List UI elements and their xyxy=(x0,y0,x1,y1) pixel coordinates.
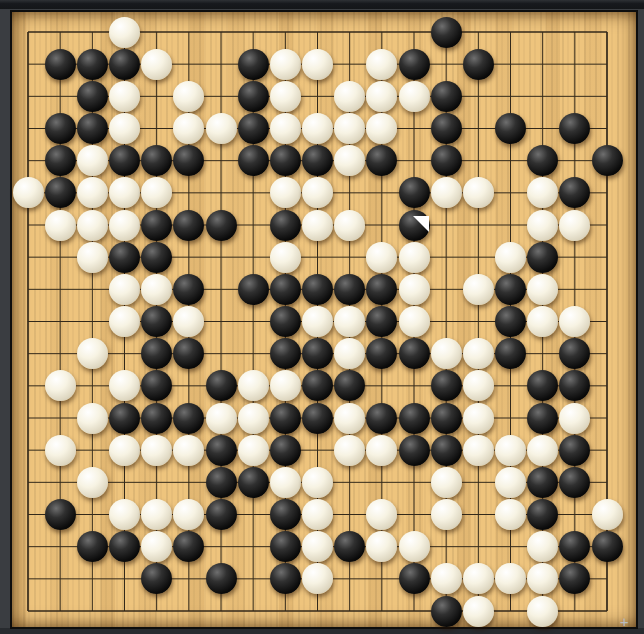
black-stone[interactable] xyxy=(109,403,140,434)
white-stone[interactable] xyxy=(334,338,365,369)
white-stone[interactable] xyxy=(334,403,365,434)
white-stone[interactable] xyxy=(366,499,397,530)
white-stone[interactable] xyxy=(463,596,494,627)
white-stone[interactable] xyxy=(495,467,526,498)
black-stone[interactable] xyxy=(399,563,430,594)
black-stone[interactable] xyxy=(270,210,301,241)
black-stone[interactable] xyxy=(463,49,494,80)
black-stone[interactable] xyxy=(173,210,204,241)
black-stone[interactable] xyxy=(334,370,365,401)
white-stone[interactable] xyxy=(270,113,301,144)
white-stone[interactable] xyxy=(109,435,140,466)
black-stone[interactable] xyxy=(431,435,462,466)
black-stone[interactable] xyxy=(559,370,590,401)
white-stone[interactable] xyxy=(463,403,494,434)
black-stone[interactable] xyxy=(109,49,140,80)
white-stone[interactable] xyxy=(45,210,76,241)
white-stone[interactable] xyxy=(366,242,397,273)
black-stone[interactable] xyxy=(495,274,526,305)
white-stone[interactable] xyxy=(173,81,204,112)
white-stone[interactable] xyxy=(270,49,301,80)
black-stone[interactable] xyxy=(173,145,204,176)
white-stone[interactable] xyxy=(206,403,237,434)
white-stone[interactable] xyxy=(173,499,204,530)
white-stone[interactable] xyxy=(334,306,365,337)
resize-handle-icon[interactable]: + xyxy=(620,615,628,629)
black-stone[interactable] xyxy=(238,113,269,144)
black-stone[interactable] xyxy=(431,17,462,48)
black-stone[interactable] xyxy=(270,531,301,562)
black-stone[interactable] xyxy=(527,370,558,401)
white-stone[interactable] xyxy=(463,563,494,594)
white-stone[interactable] xyxy=(270,177,301,208)
white-stone[interactable] xyxy=(77,242,108,273)
black-stone[interactable] xyxy=(399,210,430,241)
black-stone[interactable] xyxy=(206,499,237,530)
black-stone[interactable] xyxy=(559,467,590,498)
white-stone[interactable] xyxy=(45,370,76,401)
white-stone[interactable] xyxy=(527,596,558,627)
black-stone[interactable] xyxy=(559,563,590,594)
black-stone[interactable] xyxy=(495,113,526,144)
white-stone[interactable] xyxy=(495,499,526,530)
white-stone[interactable] xyxy=(559,210,590,241)
white-stone[interactable] xyxy=(109,113,140,144)
black-stone[interactable] xyxy=(77,531,108,562)
white-stone[interactable] xyxy=(302,113,333,144)
white-stone[interactable] xyxy=(495,435,526,466)
white-stone[interactable] xyxy=(141,274,172,305)
white-stone[interactable] xyxy=(463,177,494,208)
black-stone[interactable] xyxy=(334,531,365,562)
white-stone[interactable] xyxy=(366,435,397,466)
white-stone[interactable] xyxy=(109,17,140,48)
black-stone[interactable] xyxy=(399,177,430,208)
white-stone[interactable] xyxy=(495,563,526,594)
white-stone[interactable] xyxy=(13,177,44,208)
black-stone[interactable] xyxy=(109,242,140,273)
black-stone[interactable] xyxy=(141,210,172,241)
black-stone[interactable] xyxy=(270,338,301,369)
black-stone[interactable] xyxy=(77,81,108,112)
white-stone[interactable] xyxy=(238,403,269,434)
white-stone[interactable] xyxy=(559,403,590,434)
black-stone[interactable] xyxy=(559,435,590,466)
black-stone[interactable] xyxy=(399,49,430,80)
white-stone[interactable] xyxy=(77,338,108,369)
black-stone[interactable] xyxy=(77,49,108,80)
black-stone[interactable] xyxy=(366,274,397,305)
white-stone[interactable] xyxy=(302,49,333,80)
white-stone[interactable] xyxy=(173,435,204,466)
black-stone[interactable] xyxy=(173,531,204,562)
white-stone[interactable] xyxy=(302,531,333,562)
black-stone[interactable] xyxy=(270,274,301,305)
black-stone[interactable] xyxy=(431,81,462,112)
black-stone[interactable] xyxy=(366,145,397,176)
white-stone[interactable] xyxy=(141,499,172,530)
black-stone[interactable] xyxy=(45,113,76,144)
white-stone[interactable] xyxy=(206,113,237,144)
white-stone[interactable] xyxy=(592,499,623,530)
white-stone[interactable] xyxy=(527,177,558,208)
black-stone[interactable] xyxy=(495,306,526,337)
black-stone[interactable] xyxy=(527,242,558,273)
black-stone[interactable] xyxy=(399,435,430,466)
black-stone[interactable] xyxy=(527,403,558,434)
white-stone[interactable] xyxy=(45,435,76,466)
white-stone[interactable] xyxy=(141,177,172,208)
white-stone[interactable] xyxy=(334,210,365,241)
white-stone[interactable] xyxy=(109,274,140,305)
black-stone[interactable] xyxy=(141,145,172,176)
black-stone[interactable] xyxy=(206,467,237,498)
black-stone[interactable] xyxy=(173,274,204,305)
black-stone[interactable] xyxy=(206,210,237,241)
black-stone[interactable] xyxy=(431,596,462,627)
black-stone[interactable] xyxy=(366,403,397,434)
white-stone[interactable] xyxy=(334,113,365,144)
white-stone[interactable] xyxy=(366,81,397,112)
black-stone[interactable] xyxy=(141,370,172,401)
white-stone[interactable] xyxy=(109,210,140,241)
black-stone[interactable] xyxy=(206,563,237,594)
white-stone[interactable] xyxy=(334,435,365,466)
black-stone[interactable] xyxy=(431,113,462,144)
black-stone[interactable] xyxy=(238,145,269,176)
black-stone[interactable] xyxy=(270,563,301,594)
black-stone[interactable] xyxy=(270,499,301,530)
black-stone[interactable] xyxy=(366,306,397,337)
black-stone[interactable] xyxy=(45,49,76,80)
white-stone[interactable] xyxy=(559,306,590,337)
white-stone[interactable] xyxy=(431,499,462,530)
white-stone[interactable] xyxy=(302,210,333,241)
black-stone[interactable] xyxy=(302,403,333,434)
black-stone[interactable] xyxy=(527,499,558,530)
black-stone[interactable] xyxy=(302,145,333,176)
black-stone[interactable] xyxy=(173,403,204,434)
white-stone[interactable] xyxy=(527,563,558,594)
white-stone[interactable] xyxy=(527,274,558,305)
white-stone[interactable] xyxy=(141,531,172,562)
black-stone[interactable] xyxy=(141,338,172,369)
black-stone[interactable] xyxy=(399,403,430,434)
black-stone[interactable] xyxy=(559,113,590,144)
black-stone[interactable] xyxy=(270,435,301,466)
black-stone[interactable] xyxy=(141,242,172,273)
black-stone[interactable] xyxy=(206,370,237,401)
white-stone[interactable] xyxy=(109,177,140,208)
black-stone[interactable] xyxy=(109,531,140,562)
white-stone[interactable] xyxy=(141,49,172,80)
black-stone[interactable] xyxy=(270,306,301,337)
white-stone[interactable] xyxy=(77,467,108,498)
white-stone[interactable] xyxy=(334,145,365,176)
white-stone[interactable] xyxy=(399,81,430,112)
black-stone[interactable] xyxy=(141,403,172,434)
white-stone[interactable] xyxy=(399,306,430,337)
white-stone[interactable] xyxy=(270,81,301,112)
white-stone[interactable] xyxy=(302,563,333,594)
white-stone[interactable] xyxy=(334,81,365,112)
white-stone[interactable] xyxy=(141,435,172,466)
black-stone[interactable] xyxy=(141,563,172,594)
black-stone[interactable] xyxy=(559,531,590,562)
black-stone[interactable] xyxy=(527,467,558,498)
white-stone[interactable] xyxy=(527,531,558,562)
white-stone[interactable] xyxy=(173,306,204,337)
white-stone[interactable] xyxy=(77,177,108,208)
white-stone[interactable] xyxy=(109,499,140,530)
white-stone[interactable] xyxy=(366,531,397,562)
white-stone[interactable] xyxy=(270,242,301,273)
black-stone[interactable] xyxy=(45,499,76,530)
white-stone[interactable] xyxy=(77,145,108,176)
black-stone[interactable] xyxy=(431,145,462,176)
black-stone[interactable] xyxy=(270,403,301,434)
black-stone[interactable] xyxy=(302,274,333,305)
black-stone[interactable] xyxy=(238,274,269,305)
black-stone[interactable] xyxy=(559,177,590,208)
white-stone[interactable] xyxy=(302,177,333,208)
white-stone[interactable] xyxy=(109,370,140,401)
black-stone[interactable] xyxy=(592,145,623,176)
white-stone[interactable] xyxy=(270,467,301,498)
white-stone[interactable] xyxy=(238,435,269,466)
black-stone[interactable] xyxy=(302,370,333,401)
white-stone[interactable] xyxy=(495,242,526,273)
stones-layer[interactable] xyxy=(0,0,644,634)
white-stone[interactable] xyxy=(399,531,430,562)
white-stone[interactable] xyxy=(302,306,333,337)
black-stone[interactable] xyxy=(366,338,397,369)
white-stone[interactable] xyxy=(399,274,430,305)
black-stone[interactable] xyxy=(206,435,237,466)
white-stone[interactable] xyxy=(173,113,204,144)
white-stone[interactable] xyxy=(399,242,430,273)
white-stone[interactable] xyxy=(270,370,301,401)
black-stone[interactable] xyxy=(399,338,430,369)
black-stone[interactable] xyxy=(77,113,108,144)
black-stone[interactable] xyxy=(238,81,269,112)
white-stone[interactable] xyxy=(302,467,333,498)
white-stone[interactable] xyxy=(366,113,397,144)
black-stone[interactable] xyxy=(431,370,462,401)
white-stone[interactable] xyxy=(77,210,108,241)
black-stone[interactable] xyxy=(141,306,172,337)
black-stone[interactable] xyxy=(45,177,76,208)
white-stone[interactable] xyxy=(527,435,558,466)
black-stone[interactable] xyxy=(45,145,76,176)
white-stone[interactable] xyxy=(431,177,462,208)
black-stone[interactable] xyxy=(238,467,269,498)
last-move-marker-icon xyxy=(413,216,429,232)
black-stone[interactable] xyxy=(431,403,462,434)
white-stone[interactable] xyxy=(527,306,558,337)
black-stone[interactable] xyxy=(592,531,623,562)
white-stone[interactable] xyxy=(366,49,397,80)
white-stone[interactable] xyxy=(431,467,462,498)
white-stone[interactable] xyxy=(431,563,462,594)
white-stone[interactable] xyxy=(463,274,494,305)
white-stone[interactable] xyxy=(109,306,140,337)
white-stone[interactable] xyxy=(238,370,269,401)
black-stone[interactable] xyxy=(495,338,526,369)
black-stone[interactable] xyxy=(334,274,365,305)
white-stone[interactable] xyxy=(431,338,462,369)
black-stone[interactable] xyxy=(559,338,590,369)
black-stone[interactable] xyxy=(302,338,333,369)
black-stone[interactable] xyxy=(270,145,301,176)
white-stone[interactable] xyxy=(302,499,333,530)
white-stone[interactable] xyxy=(463,338,494,369)
white-stone[interactable] xyxy=(463,435,494,466)
white-stone[interactable] xyxy=(463,370,494,401)
white-stone[interactable] xyxy=(527,210,558,241)
black-stone[interactable] xyxy=(238,49,269,80)
white-stone[interactable] xyxy=(77,403,108,434)
black-stone[interactable] xyxy=(109,145,140,176)
black-stone[interactable] xyxy=(527,145,558,176)
white-stone[interactable] xyxy=(109,81,140,112)
black-stone[interactable] xyxy=(173,338,204,369)
